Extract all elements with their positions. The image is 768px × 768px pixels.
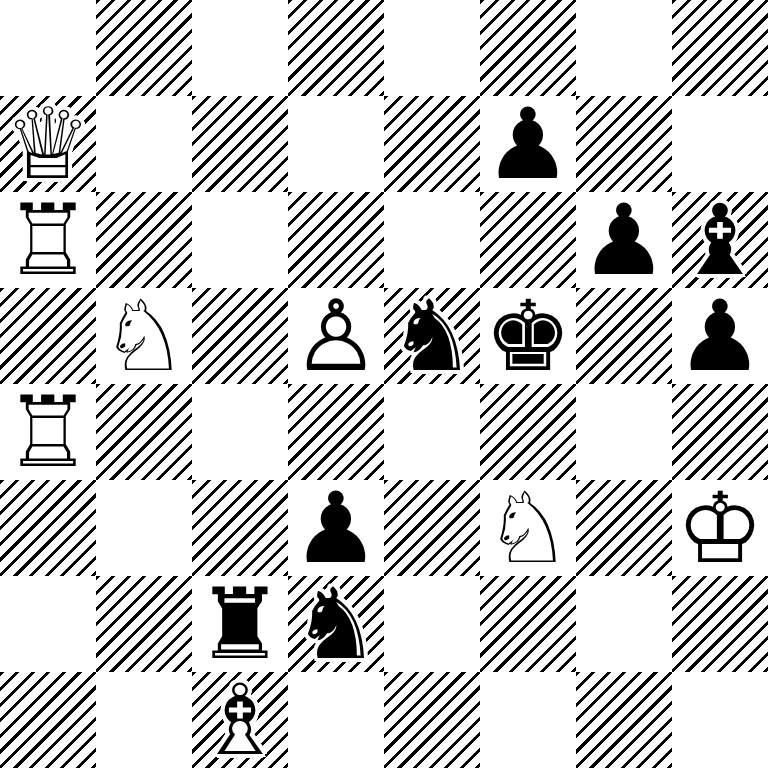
square-a2[interactable] [0, 576, 96, 672]
square-f5[interactable]: ♚ [480, 288, 576, 384]
black-pawn-piece: ♟ [672, 288, 768, 384]
square-h1[interactable] [672, 672, 768, 768]
white-knight-piece: ♞♘ [96, 288, 192, 384]
square-c5[interactable] [192, 288, 288, 384]
square-g5[interactable] [576, 288, 672, 384]
black-pawn-piece: ♟ [576, 192, 672, 288]
square-b4[interactable] [96, 384, 192, 480]
square-a8[interactable] [0, 0, 96, 96]
square-g6[interactable]: ♟ [576, 192, 672, 288]
square-c7[interactable] [192, 96, 288, 192]
square-e7[interactable] [384, 96, 480, 192]
square-h3[interactable]: ♚♔ [672, 480, 768, 576]
square-h2[interactable] [672, 576, 768, 672]
square-e8[interactable] [384, 0, 480, 96]
white-pawn-piece: ♟♙ [288, 288, 384, 384]
square-a6[interactable]: ♜♖ [0, 192, 96, 288]
square-g2[interactable] [576, 576, 672, 672]
square-d6[interactable] [288, 192, 384, 288]
white-queen-piece: ♛♕ [0, 96, 96, 192]
square-d5[interactable]: ♟♙ [288, 288, 384, 384]
square-b3[interactable] [96, 480, 192, 576]
square-d3[interactable]: ♟ [288, 480, 384, 576]
square-c3[interactable] [192, 480, 288, 576]
square-e6[interactable] [384, 192, 480, 288]
square-b6[interactable] [96, 192, 192, 288]
black-pawn-piece: ♟ [288, 480, 384, 576]
black-king-piece: ♚ [480, 288, 576, 384]
square-g8[interactable] [576, 0, 672, 96]
black-knight-piece: ♞ [384, 288, 480, 384]
square-f6[interactable] [480, 192, 576, 288]
square-f3[interactable]: ♞♘ [480, 480, 576, 576]
square-f8[interactable] [480, 0, 576, 96]
square-e1[interactable] [384, 672, 480, 768]
square-d4[interactable] [288, 384, 384, 480]
square-d2[interactable]: ♞ [288, 576, 384, 672]
square-a7[interactable]: ♛♕ [0, 96, 96, 192]
square-b8[interactable] [96, 0, 192, 96]
square-g7[interactable] [576, 96, 672, 192]
square-b5[interactable]: ♞♘ [96, 288, 192, 384]
square-h8[interactable] [672, 0, 768, 96]
square-c8[interactable] [192, 0, 288, 96]
square-b1[interactable] [96, 672, 192, 768]
black-bishop-piece: ♝ [672, 192, 768, 288]
square-c4[interactable] [192, 384, 288, 480]
square-g4[interactable] [576, 384, 672, 480]
square-e3[interactable] [384, 480, 480, 576]
square-a5[interactable] [0, 288, 96, 384]
square-d7[interactable] [288, 96, 384, 192]
white-king-piece: ♚♔ [672, 480, 768, 576]
square-g3[interactable] [576, 480, 672, 576]
square-f2[interactable] [480, 576, 576, 672]
black-pawn-piece: ♟ [480, 96, 576, 192]
square-e2[interactable] [384, 576, 480, 672]
square-c2[interactable]: ♜ [192, 576, 288, 672]
chess-board: ♛♕♟♜♖♟♝♞♘♟♙♞♚♟♜♖♟♞♘♚♔♜♞♝♗ [0, 0, 768, 768]
square-d8[interactable] [288, 0, 384, 96]
square-d1[interactable] [288, 672, 384, 768]
square-c1[interactable]: ♝♗ [192, 672, 288, 768]
square-b2[interactable] [96, 576, 192, 672]
square-e4[interactable] [384, 384, 480, 480]
square-h7[interactable] [672, 96, 768, 192]
square-c6[interactable] [192, 192, 288, 288]
square-b7[interactable] [96, 96, 192, 192]
square-h5[interactable]: ♟ [672, 288, 768, 384]
white-rook-piece: ♜♖ [0, 384, 96, 480]
square-f1[interactable] [480, 672, 576, 768]
white-knight-piece: ♞♘ [480, 480, 576, 576]
square-a3[interactable] [0, 480, 96, 576]
black-knight-piece: ♞ [288, 576, 384, 672]
square-f4[interactable] [480, 384, 576, 480]
square-e5[interactable]: ♞ [384, 288, 480, 384]
square-a1[interactable] [0, 672, 96, 768]
square-h6[interactable]: ♝ [672, 192, 768, 288]
white-rook-piece: ♜♖ [0, 192, 96, 288]
black-rook-piece: ♜ [192, 576, 288, 672]
square-h4[interactable] [672, 384, 768, 480]
square-a4[interactable]: ♜♖ [0, 384, 96, 480]
white-bishop-piece: ♝♗ [192, 672, 288, 768]
square-f7[interactable]: ♟ [480, 96, 576, 192]
square-g1[interactable] [576, 672, 672, 768]
